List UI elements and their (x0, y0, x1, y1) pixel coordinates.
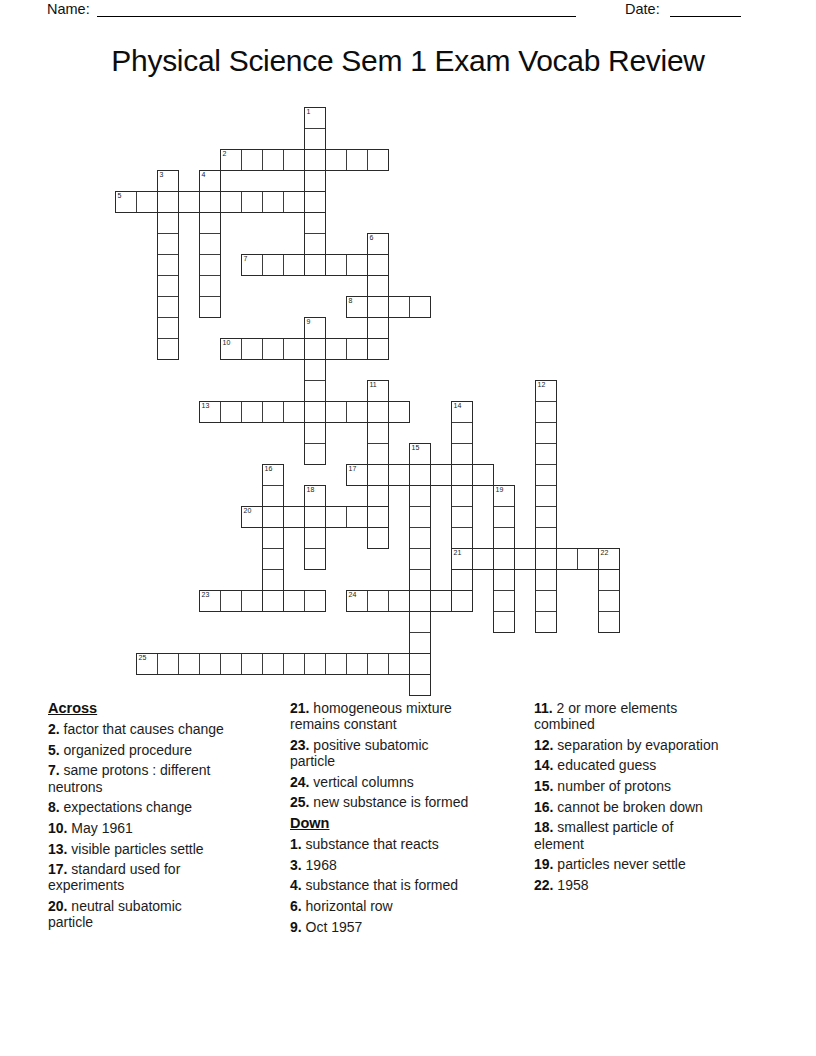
grid-cell-r19c12[interactable] (367, 506, 389, 528)
grid-cell-r9c13[interactable] (388, 296, 410, 318)
grid-cell-r5c4[interactable] (199, 212, 221, 234)
grid-cell-r23c11[interactable]: 24 (346, 590, 368, 612)
grid-cell-r2c5[interactable]: 2 (220, 149, 242, 171)
clue-number: 25. (290, 794, 309, 810)
grid-cell-r2c9[interactable] (304, 149, 326, 171)
clue-number: 7. (48, 762, 60, 778)
clue-down-12: 12. separation by evaporation (534, 737, 766, 753)
grid-cell-r26c14[interactable] (409, 653, 431, 675)
grid-cell-r17c17[interactable] (472, 464, 494, 486)
clue-text: 1968 (306, 857, 337, 873)
grid-cell-r4c7[interactable] (262, 191, 284, 213)
clue-text: neutral subatomic particle (48, 898, 182, 930)
grid-cell-r19c14[interactable] (409, 506, 431, 528)
grid-cell-r2c8[interactable] (283, 149, 305, 171)
grid-cell-r11c2[interactable] (157, 338, 179, 360)
clue-text: factor that causes change (64, 721, 224, 737)
clue-text: new substance is formed (313, 794, 468, 810)
grid-cell-r21c14[interactable] (409, 548, 431, 570)
grid-cell-r21c23[interactable]: 22 (598, 548, 620, 570)
grid-cell-r23c12[interactable] (367, 590, 389, 612)
clue-down-22: 22. 1958 (534, 877, 766, 893)
clue-text: particles never settle (557, 856, 685, 872)
grid-cell-r14c4[interactable]: 13 (199, 401, 221, 423)
grid-cell-r11c12[interactable] (367, 338, 389, 360)
grid-cell-r8c4[interactable] (199, 275, 221, 297)
grid-cell-r20c14[interactable] (409, 527, 431, 549)
cell-number: 1 (307, 108, 311, 116)
cell-number: 10 (223, 339, 231, 347)
cell-number: 17 (349, 465, 357, 473)
grid-cell-r25c14[interactable] (409, 632, 431, 654)
grid-cell-r26c4[interactable] (199, 653, 221, 675)
grid-cell-r21c21[interactable] (556, 548, 578, 570)
cell-number: 14 (454, 402, 462, 410)
clue-down-3: 3. 1968 (290, 857, 518, 873)
grid-cell-r19c10[interactable] (325, 506, 347, 528)
grid-cell-r24c20[interactable] (535, 611, 557, 633)
grid-cell-r16c9[interactable] (304, 443, 326, 465)
clue-text: substance that is formed (306, 877, 459, 893)
grid-cell-r21c22[interactable] (577, 548, 599, 570)
clue-number: 9. (290, 919, 302, 935)
grid-cell-r4c9[interactable] (304, 191, 326, 213)
date-label: Date: (625, 1, 660, 17)
grid-cell-r6c4[interactable] (199, 233, 221, 255)
clue-text: organized procedure (64, 742, 192, 758)
grid-cell-r26c6[interactable] (241, 653, 263, 675)
clue-number: 22. (534, 877, 553, 893)
grid-cell-r24c18[interactable] (493, 611, 515, 633)
grid-cell-r2c6[interactable] (241, 149, 263, 171)
grid-cell-r22c20[interactable] (535, 569, 557, 591)
cell-number: 3 (160, 171, 164, 179)
grid-cell-r14c8[interactable] (283, 401, 305, 423)
grid-cell-r1c9[interactable] (304, 128, 326, 150)
grid-cell-r23c15[interactable] (430, 590, 452, 612)
clue-down-15: 15. number of protons (534, 778, 766, 794)
grid-cell-r14c16[interactable]: 14 (451, 401, 473, 423)
grid-cell-r22c16[interactable] (451, 569, 473, 591)
clue-text: standard used for experiments (48, 861, 180, 893)
cell-number: 12 (538, 381, 546, 389)
clue-across-5: 5. organized procedure (48, 742, 266, 758)
cell-number: 22 (601, 549, 609, 557)
clue-number: 14. (534, 757, 553, 773)
name-blank-line[interactable] (97, 16, 576, 17)
grid-cell-r17c12[interactable] (367, 464, 389, 486)
grid-cell-r23c13[interactable] (388, 590, 410, 612)
grid-cell-r15c16[interactable] (451, 422, 473, 444)
cell-number: 19 (496, 486, 504, 494)
clue-across-20: 20. neutral subatomic particle (48, 898, 266, 931)
clue-text: educated guess (557, 757, 656, 773)
grid-cell-r21c9[interactable] (304, 548, 326, 570)
grid-cell-r6c12[interactable]: 6 (367, 233, 389, 255)
grid-cell-r3c4[interactable]: 4 (199, 170, 221, 192)
cell-number: 15 (412, 444, 420, 452)
grid-cell-r18c18[interactable]: 19 (493, 485, 515, 507)
cell-number: 11 (370, 381, 377, 389)
grid-cell-r18c14[interactable] (409, 485, 431, 507)
clue-number: 18. (534, 819, 553, 835)
grid-cell-r2c11[interactable] (346, 149, 368, 171)
grid-cell-r26c8[interactable] (283, 653, 305, 675)
across-header: Across (48, 700, 266, 716)
grid-cell-r2c7[interactable] (262, 149, 284, 171)
grid-cell-r4c8[interactable] (283, 191, 305, 213)
clue-down-19: 19. particles never settle (534, 856, 766, 872)
clue-text: positive subatomic particle (290, 737, 429, 769)
grid-cell-r26c7[interactable] (262, 653, 284, 675)
clue-number: 2. (48, 721, 60, 737)
grid-cell-r10c2[interactable] (157, 317, 179, 339)
grid-cell-r6c2[interactable] (157, 233, 179, 255)
grid-cell-r10c9[interactable]: 9 (304, 317, 326, 339)
grid-cell-r23c14[interactable] (409, 590, 431, 612)
grid-cell-r23c4[interactable]: 23 (199, 590, 221, 612)
grid-cell-r23c7[interactable] (262, 590, 284, 612)
clue-down-11: 11. 2 or more elements combined (534, 700, 766, 733)
grid-cell-r13c20[interactable]: 12 (535, 380, 557, 402)
grid-cell-r15c9[interactable] (304, 422, 326, 444)
clue-across-25: 25. new substance is formed (290, 794, 518, 810)
clue-number: 23. (290, 737, 309, 753)
clue-text: 1958 (557, 877, 588, 893)
clue-across-2: 2. factor that causes change (48, 721, 266, 737)
grid-cell-r26c13[interactable] (388, 653, 410, 675)
grid-cell-r9c11[interactable]: 8 (346, 296, 368, 318)
grid-cell-r26c12[interactable] (367, 653, 389, 675)
grid-cell-r18c7[interactable] (262, 485, 284, 507)
clue-number: 5. (48, 742, 60, 758)
grid-cell-r14c13[interactable] (388, 401, 410, 423)
cell-number: 20 (244, 507, 252, 515)
grid-cell-r21c16[interactable]: 21 (451, 548, 473, 570)
clue-down-16: 16. cannot be broken down (534, 799, 766, 815)
grid-cell-r17c7[interactable]: 16 (262, 464, 284, 486)
clue-down-1: 1. substance that reacts (290, 836, 518, 852)
clue-number: 10. (48, 820, 67, 836)
grid-cell-r22c7[interactable] (262, 569, 284, 591)
grid-cell-r4c2[interactable] (157, 191, 179, 213)
cell-number: 9 (307, 318, 311, 326)
grid-cell-r11c10[interactable] (325, 338, 347, 360)
grid-cell-r5c2[interactable] (157, 212, 179, 234)
clue-down-6: 6. horizontal row (290, 898, 518, 914)
grid-cell-r20c9[interactable] (304, 527, 326, 549)
clue-text: separation by evaporation (557, 737, 718, 753)
grid-cell-r9c2[interactable] (157, 296, 179, 318)
grid-cell-r23c20[interactable] (535, 590, 557, 612)
grid-cell-r23c8[interactable] (283, 590, 305, 612)
grid-cell-r26c5[interactable] (220, 653, 242, 675)
grid-cell-r9c14[interactable] (409, 296, 431, 318)
clue-number: 19. (534, 856, 553, 872)
cell-number: 4 (202, 171, 206, 179)
grid-cell-r3c9[interactable] (304, 170, 326, 192)
grid-cell-r21c7[interactable] (262, 548, 284, 570)
grid-cell-r26c11[interactable] (346, 653, 368, 675)
grid-cell-r7c10[interactable] (325, 254, 347, 276)
clue-number: 15. (534, 778, 553, 794)
cell-number: 16 (265, 465, 273, 473)
cell-number: 23 (202, 591, 210, 599)
clue-across-7: 7. same protons : different neutrons (48, 762, 266, 795)
clue-text: same protons : different neutrons (48, 762, 210, 794)
grid-cell-r19c9[interactable] (304, 506, 326, 528)
cell-number: 24 (349, 591, 357, 599)
clue-text: substance that reacts (306, 836, 439, 852)
grid-cell-r19c6[interactable]: 20 (241, 506, 263, 528)
grid-cell-r19c20[interactable] (535, 506, 557, 528)
crossword-grid: 1234567891011121314151617181920212223242… (115, 107, 621, 697)
grid-cell-r4c5[interactable] (220, 191, 242, 213)
grid-cell-r2c12[interactable] (367, 149, 389, 171)
grid-cell-r17c15[interactable] (430, 464, 452, 486)
clues-column-3: 11. 2 or more elements combined 12. sepa… (534, 700, 766, 897)
grid-cell-r4c1[interactable] (136, 191, 158, 213)
grid-cell-r22c14[interactable] (409, 569, 431, 591)
grid-cell-r18c12[interactable] (367, 485, 389, 507)
grid-cell-r14c20[interactable] (535, 401, 557, 423)
grid-cell-r26c1[interactable]: 25 (136, 653, 158, 675)
grid-cell-r7c9[interactable] (304, 254, 326, 276)
grid-cell-r19c8[interactable] (283, 506, 305, 528)
cell-number: 18 (307, 486, 315, 494)
grid-cell-r7c2[interactable] (157, 254, 179, 276)
clue-number: 13. (48, 841, 67, 857)
grid-cell-r14c12[interactable] (367, 401, 389, 423)
clue-number: 8. (48, 799, 60, 815)
clue-down-9: 9. Oct 1957 (290, 919, 518, 935)
grid-cell-r7c8[interactable] (283, 254, 305, 276)
clue-number: 3. (290, 857, 302, 873)
grid-cell-r20c7[interactable] (262, 527, 284, 549)
grid-cell-r23c16[interactable] (451, 590, 473, 612)
grid-cell-r0c9[interactable]: 1 (304, 107, 326, 129)
grid-cell-r12c9[interactable] (304, 359, 326, 381)
cell-number: 6 (370, 234, 374, 242)
clue-text: horizontal row (306, 898, 393, 914)
grid-cell-r20c16[interactable] (451, 527, 473, 549)
grid-cell-r11c8[interactable] (283, 338, 305, 360)
grid-cell-r7c4[interactable] (199, 254, 221, 276)
grid-cell-r14c11[interactable] (346, 401, 368, 423)
grid-cell-r8c2[interactable] (157, 275, 179, 297)
clue-across-21: 21. homogeneous mixture remains constant (290, 700, 518, 733)
grid-cell-r9c4[interactable] (199, 296, 221, 318)
grid-cell-r4c6[interactable] (241, 191, 263, 213)
cell-number: 21 (454, 549, 462, 557)
grid-cell-r8c12[interactable] (367, 275, 389, 297)
grid-cell-r27c14[interactable] (409, 674, 431, 696)
grid-cell-r16c14[interactable]: 15 (409, 443, 431, 465)
grid-cell-r20c20[interactable] (535, 527, 557, 549)
grid-cell-r14c7[interactable] (262, 401, 284, 423)
grid-cell-r7c6[interactable]: 7 (241, 254, 263, 276)
clues-column-2: 21. homogeneous mixture remains constant… (290, 700, 518, 939)
grid-cell-r16c20[interactable] (535, 443, 557, 465)
grid-cell-r7c11[interactable] (346, 254, 368, 276)
clue-number: 6. (290, 898, 302, 914)
grid-cell-r17c20[interactable] (535, 464, 557, 486)
clue-text: Oct 1957 (306, 919, 363, 935)
clue-number: 16. (534, 799, 553, 815)
clue-across-17: 17. standard used for experiments (48, 861, 266, 894)
clue-text: expectations change (64, 799, 192, 815)
grid-cell-r6c9[interactable] (304, 233, 326, 255)
grid-cell-r11c7[interactable] (262, 338, 284, 360)
grid-cell-r10c12[interactable] (367, 317, 389, 339)
clue-down-4: 4. substance that is formed (290, 877, 518, 893)
grid-cell-r17c16[interactable] (451, 464, 473, 486)
grid-cell-r4c0[interactable]: 5 (115, 191, 137, 213)
grid-cell-r11c6[interactable] (241, 338, 263, 360)
cell-number: 5 (118, 192, 122, 200)
grid-cell-r9c12[interactable] (367, 296, 389, 318)
clue-down-14: 14. educated guess (534, 757, 766, 773)
grid-cell-r2c10[interactable] (325, 149, 347, 171)
grid-cell-r5c9[interactable] (304, 212, 326, 234)
grid-cell-r19c16[interactable] (451, 506, 473, 528)
grid-cell-r11c11[interactable] (346, 338, 368, 360)
clue-text: homogeneous mixture remains constant (290, 700, 452, 732)
clue-across-8: 8. expectations change (48, 799, 266, 815)
clue-number: 21. (290, 700, 309, 716)
cell-number: 2 (223, 150, 227, 158)
grid-cell-r16c12[interactable] (367, 443, 389, 465)
clues-column-1: Across 2. factor that causes change 5. o… (48, 700, 266, 935)
name-label: Name: (47, 1, 90, 17)
grid-cell-r18c16[interactable] (451, 485, 473, 507)
grid-cell-r14c9[interactable] (304, 401, 326, 423)
grid-cell-r14c10[interactable] (325, 401, 347, 423)
grid-cell-r24c23[interactable] (598, 611, 620, 633)
grid-cell-r3c2[interactable]: 3 (157, 170, 179, 192)
grid-cell-r26c2[interactable] (157, 653, 179, 675)
grid-cell-r23c6[interactable] (241, 590, 263, 612)
clue-number: 12. (534, 737, 553, 753)
clue-number: 11. (534, 700, 553, 716)
grid-cell-r26c10[interactable] (325, 653, 347, 675)
grid-cell-r7c7[interactable] (262, 254, 284, 276)
grid-cell-r18c9[interactable]: 18 (304, 485, 326, 507)
grid-cell-r20c12[interactable] (367, 527, 389, 549)
grid-cell-r14c5[interactable] (220, 401, 242, 423)
grid-cell-r7c12[interactable] (367, 254, 389, 276)
clue-text: May 1961 (71, 820, 132, 836)
grid-cell-r21c17[interactable] (472, 548, 494, 570)
grid-cell-r15c12[interactable] (367, 422, 389, 444)
grid-cell-r11c9[interactable] (304, 338, 326, 360)
grid-cell-r17c14[interactable] (409, 464, 431, 486)
grid-cell-r13c9[interactable] (304, 380, 326, 402)
grid-cell-r26c9[interactable] (304, 653, 326, 675)
grid-cell-r15c20[interactable] (535, 422, 557, 444)
clue-number: 17. (48, 861, 67, 877)
grid-cell-r13c12[interactable]: 11 (367, 380, 389, 402)
cell-number: 25 (139, 654, 147, 662)
grid-cell-r14c6[interactable] (241, 401, 263, 423)
date-blank-line[interactable] (670, 16, 741, 17)
clue-text: number of protons (557, 778, 671, 794)
clue-number: 4. (290, 877, 302, 893)
grid-cell-r21c20[interactable] (535, 548, 557, 570)
grid-cell-r23c18[interactable] (493, 590, 515, 612)
clue-across-24: 24. vertical columns (290, 774, 518, 790)
clue-text: cannot be broken down (557, 799, 703, 815)
clue-number: 1. (290, 836, 302, 852)
grid-cell-r23c9[interactable] (304, 590, 326, 612)
grid-cell-r19c18[interactable] (493, 506, 515, 528)
clue-across-23: 23. positive subatomic particle (290, 737, 518, 770)
grid-cell-r4c4[interactable] (199, 191, 221, 213)
cell-number: 13 (202, 402, 210, 410)
grid-cell-r4c3[interactable] (178, 191, 200, 213)
clue-down-18: 18. smallest particle of element (534, 819, 766, 852)
grid-cell-r24c14[interactable] (409, 611, 431, 633)
clue-text: visible particles settle (71, 841, 203, 857)
grid-cell-r23c5[interactable] (220, 590, 242, 612)
grid-cell-r16c16[interactable] (451, 443, 473, 465)
cell-number: 7 (244, 255, 248, 263)
page-title: Physical Science Sem 1 Exam Vocab Review (0, 44, 816, 78)
grid-cell-r21c18[interactable] (493, 548, 515, 570)
grid-cell-r11c5[interactable]: 10 (220, 338, 242, 360)
grid-cell-r19c11[interactable] (346, 506, 368, 528)
grid-cell-r22c23[interactable] (598, 569, 620, 591)
grid-cell-r26c3[interactable] (178, 653, 200, 675)
grid-cell-r21c19[interactable] (514, 548, 536, 570)
grid-cell-r18c20[interactable] (535, 485, 557, 507)
clue-number: 20. (48, 898, 67, 914)
down-header: Down (290, 815, 518, 831)
clue-text: 2 or more elements combined (534, 700, 677, 732)
clue-across-13: 13. visible particles settle (48, 841, 266, 857)
clue-across-10: 10. May 1961 (48, 820, 266, 836)
grid-cell-r23c23[interactable] (598, 590, 620, 612)
grid-cell-r19c7[interactable] (262, 506, 284, 528)
grid-cell-r17c13[interactable] (388, 464, 410, 486)
grid-cell-r17c11[interactable]: 17 (346, 464, 368, 486)
clue-text: vertical columns (313, 774, 413, 790)
worksheet-page: Name: Date: Physical Science Sem 1 Exam … (0, 0, 816, 1056)
clue-number: 24. (290, 774, 309, 790)
grid-cell-r20c18[interactable] (493, 527, 515, 549)
cell-number: 8 (349, 297, 353, 305)
clue-text: smallest particle of element (534, 819, 673, 851)
grid-cell-r22c18[interactable] (493, 569, 515, 591)
